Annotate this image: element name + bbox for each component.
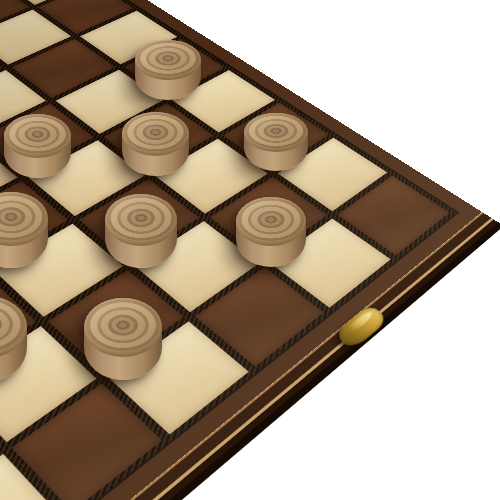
checker-piece-r2-c5[interactable] [105,194,177,267]
checker-piece-top-face [122,112,189,156]
checker-piece-top-face [84,298,162,357]
checker-piece-r1-c4[interactable] [122,112,189,176]
checker-piece-top-face [4,114,71,158]
checker-piece-r2-c3[interactable] [4,114,71,178]
checker-piece-top-face [135,40,201,80]
checker-piece-top-face [244,113,308,153]
checker-piece-r0-c3[interactable] [135,40,201,99]
checker-piece-top-face [236,197,306,246]
checker-piece-r1-c6[interactable] [236,197,306,267]
checker-piece-top-face [105,194,177,246]
checker-piece-r0-c5[interactable] [244,113,308,172]
checkers-photo-scene [0,0,500,500]
checker-piece-r3-c6[interactable] [84,298,162,380]
